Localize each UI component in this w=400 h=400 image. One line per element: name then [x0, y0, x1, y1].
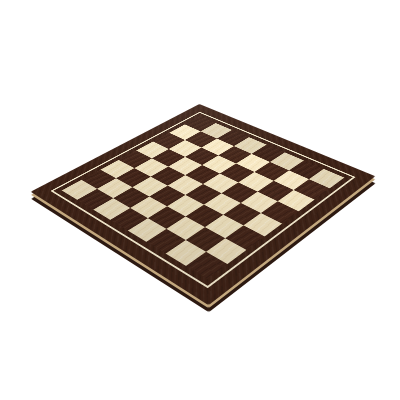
playing-area	[62, 116, 345, 279]
board-photo	[0, 0, 400, 400]
board-frame	[31, 104, 376, 305]
